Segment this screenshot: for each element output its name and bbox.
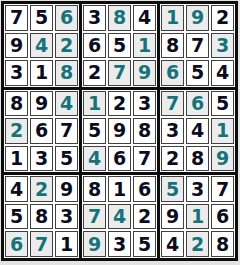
box-r2c2: 123598467 (82, 90, 157, 173)
cell-r3c5: 7 (108, 60, 131, 86)
box-r1c1: 756942318 (4, 4, 79, 87)
cell-r6c5: 6 (108, 146, 131, 172)
cell-r7c6: 6 (133, 176, 156, 202)
cell-r8c4: 7 (83, 204, 106, 230)
cell-r3c9: 4 (211, 60, 234, 86)
cell-r5c6: 8 (133, 118, 156, 144)
cell-r9c1: 6 (5, 231, 28, 257)
cell-r7c3: 9 (55, 176, 78, 202)
box-r3c2: 816742935 (82, 175, 157, 258)
cell-r9c2: 7 (30, 231, 53, 257)
cell-r7c1: 4 (5, 176, 28, 202)
cell-r6c7: 2 (161, 146, 184, 172)
cell-r1c8: 9 (186, 5, 209, 31)
box-r3c3: 537916428 (160, 175, 235, 258)
cell-r3c2: 1 (30, 60, 53, 86)
cell-r9c3: 1 (55, 231, 78, 257)
cell-r1c6: 4 (133, 5, 156, 31)
cell-r6c8: 8 (186, 146, 209, 172)
cell-r6c3: 5 (55, 146, 78, 172)
cell-r9c7: 4 (161, 231, 184, 257)
cell-r2c9: 3 (211, 33, 234, 59)
cell-r8c8: 1 (186, 204, 209, 230)
cell-r2c7: 8 (161, 33, 184, 59)
cell-r5c2: 6 (30, 118, 53, 144)
cell-r7c4: 8 (83, 176, 106, 202)
cell-r5c9: 1 (211, 118, 234, 144)
box-r1c3: 192873654 (160, 4, 235, 87)
cell-r7c5: 1 (108, 176, 131, 202)
box-r3c1: 429583671 (4, 175, 79, 258)
cell-r2c2: 4 (30, 33, 53, 59)
cell-r8c2: 8 (30, 204, 53, 230)
cell-r8c1: 5 (5, 204, 28, 230)
cell-r8c3: 3 (55, 204, 78, 230)
cell-r3c7: 6 (161, 60, 184, 86)
cell-r1c3: 6 (55, 5, 78, 31)
cell-r4c2: 9 (30, 91, 53, 117)
box-r2c1: 894267135 (4, 90, 79, 173)
cell-r6c6: 7 (133, 146, 156, 172)
cell-r4c9: 5 (211, 91, 234, 117)
cell-r4c7: 7 (161, 91, 184, 117)
cell-r5c4: 5 (83, 118, 106, 144)
cell-r1c4: 3 (83, 5, 106, 31)
cell-r1c9: 2 (211, 5, 234, 31)
cell-r6c4: 4 (83, 146, 106, 172)
cell-r5c8: 4 (186, 118, 209, 144)
cell-r5c3: 7 (55, 118, 78, 144)
cell-r9c6: 5 (133, 231, 156, 257)
cell-r1c2: 5 (30, 5, 53, 31)
cell-r3c1: 3 (5, 60, 28, 86)
cell-r3c3: 8 (55, 60, 78, 86)
cell-r4c6: 3 (133, 91, 156, 117)
cell-r2c3: 2 (55, 33, 78, 59)
cell-r4c3: 4 (55, 91, 78, 117)
cell-r3c4: 2 (83, 60, 106, 86)
cell-r1c1: 7 (5, 5, 28, 31)
cell-r6c9: 9 (211, 146, 234, 172)
cell-r1c5: 8 (108, 5, 131, 31)
cell-r3c8: 5 (186, 60, 209, 86)
cell-r8c7: 9 (161, 204, 184, 230)
sudoku-board: 7569423183846512791928736548942671351235… (1, 1, 238, 261)
cell-r9c9: 8 (211, 231, 234, 257)
cell-r2c6: 1 (133, 33, 156, 59)
cell-r2c8: 7 (186, 33, 209, 59)
cell-r7c9: 7 (211, 176, 234, 202)
cell-r7c7: 5 (161, 176, 184, 202)
cell-r5c1: 2 (5, 118, 28, 144)
cell-r2c5: 5 (108, 33, 131, 59)
cell-r2c1: 9 (5, 33, 28, 59)
cell-r6c2: 3 (30, 146, 53, 172)
cell-r4c5: 2 (108, 91, 131, 117)
cell-r4c4: 1 (83, 91, 106, 117)
cell-r1c7: 1 (161, 5, 184, 31)
cell-r5c5: 9 (108, 118, 131, 144)
cell-r4c1: 8 (5, 91, 28, 117)
cell-r9c4: 9 (83, 231, 106, 257)
cell-r5c7: 3 (161, 118, 184, 144)
cell-r8c5: 4 (108, 204, 131, 230)
cell-r8c6: 2 (133, 204, 156, 230)
cell-r6c1: 1 (5, 146, 28, 172)
box-r1c2: 384651279 (82, 4, 157, 87)
cell-r7c2: 2 (30, 176, 53, 202)
cell-r7c8: 3 (186, 176, 209, 202)
cell-r8c9: 6 (211, 204, 234, 230)
cell-r9c5: 3 (108, 231, 131, 257)
cell-r9c8: 2 (186, 231, 209, 257)
cell-r4c8: 6 (186, 91, 209, 117)
box-r2c3: 765341289 (160, 90, 235, 173)
cell-r2c4: 6 (83, 33, 106, 59)
cell-r3c6: 9 (133, 60, 156, 86)
